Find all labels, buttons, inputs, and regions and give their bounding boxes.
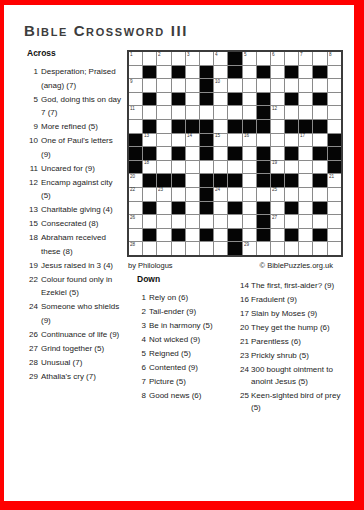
grid-cell-r4c11[interactable] — [271, 93, 284, 106]
grid-cell-r6c2 — [143, 120, 156, 133]
grid-cell-r9c9[interactable] — [243, 161, 256, 174]
grid-cell-r7c12[interactable] — [285, 134, 298, 147]
grid-cell-r12c2 — [143, 202, 156, 215]
clue-across-9: 9More refined (5) — [27, 120, 124, 134]
clue-text: Reigned (5) — [149, 348, 237, 360]
grid-cell-r10c10 — [257, 174, 270, 187]
cell-number-13: 13 — [144, 133, 149, 138]
grid-cell-r1c6[interactable] — [200, 52, 213, 65]
grid-cell-r5c4[interactable] — [172, 106, 185, 119]
clue-text: Grind together (5) — [41, 342, 124, 356]
grid-cell-r10c15[interactable]: 21 — [328, 174, 341, 187]
clue-text: Be in harmony (5) — [149, 320, 237, 332]
grid-cell-r2c14 — [313, 66, 326, 79]
grid-cell-r6c6 — [200, 120, 213, 133]
grid-cell-r13c13[interactable] — [299, 215, 312, 228]
grid-cell-r15c3[interactable] — [157, 242, 170, 255]
grid-cell-r9c6[interactable] — [200, 161, 213, 174]
grid-cell-r8c2 — [143, 147, 156, 160]
grid-cell-r15c8 — [228, 242, 241, 255]
grid-cell-r5c12[interactable] — [285, 106, 298, 119]
grid-cell-r7c14[interactable] — [313, 134, 326, 147]
clue-text: Consecrated (8) — [41, 217, 124, 231]
clue-text: More refined (5) — [41, 120, 124, 134]
grid-cell-r3c12[interactable] — [285, 79, 298, 92]
grid-cell-r3c11[interactable] — [271, 79, 284, 92]
grid-cell-r2c3[interactable] — [157, 66, 170, 79]
grid-cell-r2c7[interactable] — [214, 66, 227, 79]
grid-cell-r4c7[interactable] — [214, 93, 227, 106]
grid-cell-r13c5[interactable] — [186, 215, 199, 228]
grid-cell-r13c7[interactable] — [214, 215, 227, 228]
clue-number: 7 — [137, 376, 146, 388]
clue-down-16: 16Fradulent (9) — [240, 294, 346, 306]
grid-cell-r1c4[interactable] — [172, 52, 185, 65]
grid-cell-r3c3[interactable] — [157, 79, 170, 92]
grid-cell-r9c8[interactable] — [228, 161, 241, 174]
grid-cell-r7c13[interactable]: 17 — [299, 134, 312, 147]
grid-cell-r6c15[interactable] — [328, 120, 341, 133]
grid-cell-r11c14[interactable] — [313, 188, 326, 201]
cell-number-4: 4 — [215, 52, 218, 57]
grid-cell-r5c10 — [257, 106, 270, 119]
cell-number-17: 17 — [300, 133, 305, 138]
clue-number: 4 — [137, 334, 146, 346]
grid-cell-r6c11[interactable] — [271, 120, 284, 133]
clue-text: Parentless (6) — [251, 336, 346, 348]
down-section-left: Down 1Rely on (6)2Tail-ender (9)3Be in h… — [137, 274, 237, 404]
grid-cell-r6c7[interactable] — [214, 120, 227, 133]
grid-cell-r10c14 — [313, 174, 326, 187]
grid-cell-r1c7[interactable]: 4 — [214, 52, 227, 65]
grid-cell-r9c11[interactable]: 19 — [271, 161, 284, 174]
grid-cell-r5c15[interactable] — [328, 106, 341, 119]
clue-text: Abraham received these (8) — [41, 231, 124, 258]
grid-cell-r4c10 — [257, 93, 270, 106]
grid-cell-r5c1[interactable]: 11 — [129, 106, 142, 119]
clue-text: Desperation; Praised (anag) (7) — [41, 65, 124, 92]
grid-cell-r4c4 — [172, 93, 185, 106]
cell-number-22: 22 — [130, 187, 135, 192]
grid-cell-r11c1[interactable]: 22 — [129, 188, 142, 201]
grid-cell-r5c2[interactable] — [143, 106, 156, 119]
grid-cell-r9c15 — [328, 161, 341, 174]
clue-across-10: 10One of Paul's letters (9) — [27, 134, 124, 161]
grid-cell-r4c12 — [285, 93, 298, 106]
clue-text: Charitable giving (4) — [41, 203, 124, 217]
crossword-grid: 1234567891011121314151617181920212223242… — [127, 50, 343, 257]
cell-number-24: 24 — [215, 187, 220, 192]
clue-down-2: 2Tail-ender (9) — [137, 306, 237, 318]
grid-cell-r15c14[interactable] — [313, 242, 326, 255]
grid-cell-r11c12[interactable] — [285, 188, 298, 201]
grid-cell-r7c11[interactable] — [271, 134, 284, 147]
grid-cell-r10c11 — [271, 174, 284, 187]
clue-down-8: 8Good news (6) — [137, 390, 237, 402]
grid-cell-r10c1[interactable]: 20 — [129, 174, 142, 187]
grid-cell-r2c2 — [143, 66, 156, 79]
grid-cell-r10c4 — [172, 174, 185, 187]
grid-cell-r6c10 — [257, 120, 270, 133]
clue-number: 21 — [240, 336, 248, 348]
clue-number: 22 — [27, 273, 38, 287]
down-clue-list-right: 14The first, first-aider? (9)16Fradulent… — [240, 280, 346, 414]
grid-cell-r8c9[interactable] — [243, 147, 256, 160]
grid-cell-r3c8[interactable] — [228, 79, 241, 92]
grid-cell-r3c5[interactable] — [186, 79, 199, 92]
grid-cell-r1c11[interactable]: 6 — [271, 52, 284, 65]
grid-cell-r4c14 — [313, 93, 326, 106]
grid-cell-r15c4[interactable] — [172, 242, 185, 255]
cell-number-21: 21 — [329, 174, 334, 179]
cell-number-10: 10 — [215, 79, 220, 84]
grid-cell-r15c11[interactable] — [271, 242, 284, 255]
grid-cell-r3c15[interactable] — [328, 79, 341, 92]
grid-cell-r10c9[interactable] — [243, 174, 256, 187]
cell-number-29: 29 — [244, 242, 249, 247]
grid-cell-r4c5[interactable] — [186, 93, 199, 106]
grid-cell-r6c1[interactable] — [129, 120, 142, 133]
clue-down-23: 23Prickly shrub (5) — [240, 350, 346, 362]
cell-number-5: 5 — [244, 52, 247, 57]
grid-cell-r14c13[interactable] — [299, 229, 312, 242]
grid-cell-r5c14[interactable] — [313, 106, 326, 119]
grid-cell-r11c10[interactable] — [257, 188, 270, 201]
grid-cell-r7c2[interactable]: 13 — [143, 134, 156, 147]
grid-cell-r10c12 — [285, 174, 298, 187]
grid-cell-r12c4 — [172, 202, 185, 215]
grid-cell-r12c1[interactable] — [129, 202, 142, 215]
clue-across-18: 18Abraham received these (8) — [27, 231, 124, 258]
cell-number-1: 1 — [130, 52, 133, 57]
grid-cell-r10c2 — [143, 174, 156, 187]
grid-cell-r2c15[interactable] — [328, 66, 341, 79]
puzzle-page: Bible Crossword III Across 1Desperation;… — [0, 0, 364, 510]
grid-cell-r10c8 — [228, 174, 241, 187]
grid-cell-r13c3[interactable] — [157, 215, 170, 228]
grid-cell-r14c1[interactable] — [129, 229, 142, 242]
clue-number: 5 — [137, 348, 146, 360]
grid-cell-r6c9 — [243, 120, 256, 133]
page-title: Bible Crossword III — [24, 22, 188, 39]
grid-cell-r15c10[interactable] — [257, 242, 270, 255]
grid-cell-r10c7 — [214, 174, 227, 187]
grid-cell-r1c1[interactable]: 1 — [129, 52, 142, 65]
cell-number-27: 27 — [272, 215, 277, 220]
grid-cell-r7c8[interactable] — [228, 134, 241, 147]
clue-down-5: 5Reigned (5) — [137, 348, 237, 360]
cell-number-15: 15 — [215, 133, 220, 138]
grid-cell-r7c1 — [129, 134, 142, 147]
grid-cell-r14c9[interactable] — [243, 229, 256, 242]
grid-cell-r7c6 — [200, 134, 213, 147]
grid-cell-r7c3[interactable] — [157, 134, 170, 147]
clue-text: Athalia's cry (7) — [41, 370, 124, 384]
grid-cell-r12c15[interactable] — [328, 202, 341, 215]
grid-cell-r5c6[interactable] — [200, 106, 213, 119]
grid-cell-r2c12 — [285, 66, 298, 79]
grid-cell-r4c2 — [143, 93, 156, 106]
grid-cell-r8c15 — [328, 147, 341, 160]
cell-number-28: 28 — [130, 242, 135, 247]
clue-across-27: 27Grind together (5) — [27, 342, 124, 356]
grid-cell-r10c5[interactable] — [186, 174, 199, 187]
grid-cell-r1c10[interactable] — [257, 52, 270, 65]
clue-text: Keen-sighted bird of prey (5) — [251, 390, 346, 414]
clue-across-24: 24Someone who shields (9) — [27, 300, 124, 327]
grid-cell-r4c13[interactable] — [299, 93, 312, 106]
grid-cell-r11c11[interactable]: 25 — [271, 188, 284, 201]
grid-cell-r14c5[interactable] — [186, 229, 199, 242]
grid-cell-r14c7[interactable] — [214, 229, 227, 242]
grid-cell-r1c14[interactable] — [313, 52, 326, 65]
grid-cell-r8c12 — [285, 147, 298, 160]
clue-number: 17 — [240, 308, 248, 320]
grid-cell-r14c15[interactable] — [328, 229, 341, 242]
clue-down-17: 17Slain by Moses (9) — [240, 308, 346, 320]
clue-number: 6 — [137, 362, 146, 374]
clue-down-24: 24300 bought ointment to anoint Jesus (5… — [240, 364, 346, 388]
grid-cell-r13c6[interactable] — [200, 215, 213, 228]
grid-cell-r3c4[interactable] — [172, 79, 185, 92]
across-section: Across 1Desperation; Praised (anag) (7)5… — [27, 48, 124, 384]
grid-cell-r15c2[interactable] — [143, 242, 156, 255]
grid-cell-r7c5[interactable]: 14 — [186, 134, 199, 147]
grid-cell-r2c5[interactable] — [186, 66, 199, 79]
grid-cell-r5c13[interactable] — [299, 106, 312, 119]
grid-cell-r13c1[interactable]: 26 — [129, 215, 142, 228]
clue-number: 23 — [240, 350, 248, 362]
grid-cell-r15c12[interactable] — [285, 242, 298, 255]
grid-cell-r10c6 — [200, 174, 213, 187]
clue-text: Good news (6) — [149, 390, 237, 402]
grid-cell-r5c8[interactable] — [228, 106, 241, 119]
cell-number-11: 11 — [130, 106, 135, 111]
grid-cell-r15c6[interactable] — [200, 242, 213, 255]
clue-number: 27 — [27, 342, 38, 356]
grid-cell-r11c4[interactable] — [172, 188, 185, 201]
grid-cell-r10c3 — [157, 174, 170, 187]
grid-cell-r5c5[interactable] — [186, 106, 199, 119]
grid-cell-r11c15[interactable] — [328, 188, 341, 201]
grid-cell-r8c5[interactable] — [186, 147, 199, 160]
grid-cell-r12c9[interactable] — [243, 202, 256, 215]
clue-number: 13 — [27, 203, 38, 217]
grid-cell-r10c13[interactable] — [299, 174, 312, 187]
grid-cell-r1c13[interactable]: 7 — [299, 52, 312, 65]
clue-across-5: 5God, doing this on day 7 (7) — [27, 93, 124, 120]
cell-number-3: 3 — [187, 52, 190, 57]
grid-cell-r2c13[interactable] — [299, 66, 312, 79]
clue-across-19: 19Jesus raised in 3 (4) — [27, 259, 124, 273]
grid-cell-r3c2[interactable] — [143, 79, 156, 92]
grid-cell-r9c2[interactable]: 18 — [143, 161, 156, 174]
cell-number-12: 12 — [272, 106, 277, 111]
grid-cell-r9c5[interactable] — [186, 161, 199, 174]
grid-cell-r3c1[interactable]: 9 — [129, 79, 142, 92]
grid-cell-r2c9[interactable] — [243, 66, 256, 79]
clue-down-25: 25Keen-sighted bird of prey (5) — [240, 390, 346, 414]
clue-down-14: 14The first, first-aider? (9) — [240, 280, 346, 292]
grid-cell-r9c1 — [129, 161, 142, 174]
grid-cell-r15c9[interactable]: 29 — [243, 242, 256, 255]
grid-cell-r15c5[interactable] — [186, 242, 199, 255]
grid-cell-r9c14[interactable] — [313, 161, 326, 174]
cell-number-18: 18 — [144, 160, 149, 165]
grid-cell-r13c11[interactable]: 27 — [271, 215, 284, 228]
grid-cell-r13c9[interactable] — [243, 215, 256, 228]
clue-number: 16 — [240, 294, 248, 306]
grid-cell-r6c8 — [228, 120, 241, 133]
grid-cell-r15c13[interactable] — [299, 242, 312, 255]
grid-cell-r12c7[interactable] — [214, 202, 227, 215]
clue-down-21: 21Parentless (6) — [240, 336, 346, 348]
grid-cell-r6c5 — [186, 120, 199, 133]
grid-cell-r14c6 — [200, 229, 213, 242]
grid-cell-r11c8[interactable] — [228, 188, 241, 201]
cell-number-14: 14 — [187, 133, 192, 138]
grid-cell-r7c7[interactable]: 15 — [214, 134, 227, 147]
clue-text: Fradulent (9) — [251, 294, 346, 306]
grid-cell-r3c13[interactable] — [299, 79, 312, 92]
grid-cell-r9c13[interactable] — [299, 161, 312, 174]
grid-cell-r4c3[interactable] — [157, 93, 170, 106]
grid-cell-r13c8[interactable] — [228, 215, 241, 228]
grid-cell-r11c9[interactable] — [243, 188, 256, 201]
grid-cell-r8c3[interactable] — [157, 147, 170, 160]
grid-cell-r1c12[interactable] — [285, 52, 298, 65]
clue-across-28: 28Unusual (7) — [27, 356, 124, 370]
grid-cell-r13c2[interactable] — [143, 215, 156, 228]
grid-cell-r12c5[interactable] — [186, 202, 199, 215]
grid-cell-r4c1[interactable] — [129, 93, 142, 106]
grid-cell-r15c7[interactable] — [214, 242, 227, 255]
grid-cell-r3c14[interactable] — [313, 79, 326, 92]
grid-cell-r3c9[interactable] — [243, 79, 256, 92]
grid-cell-r4c8 — [228, 93, 241, 106]
grid-cell-r8c13[interactable] — [299, 147, 312, 160]
clue-text: Prickly shrub (5) — [251, 350, 346, 362]
grid-cell-r5c9[interactable] — [243, 106, 256, 119]
clue-across-22: 22Colour found only in Ezekiel (5) — [27, 273, 124, 300]
grid-cell-r14c14 — [313, 229, 326, 242]
grid-cell-r13c12[interactable] — [285, 215, 298, 228]
clue-number: 19 — [27, 259, 38, 273]
clue-text: Unusual (7) — [41, 356, 124, 370]
grid-cell-r2c4 — [172, 66, 185, 79]
grid-cell-r8c11[interactable] — [271, 147, 284, 160]
grid-cell-r1c2[interactable] — [143, 52, 156, 65]
clue-text: 300 bought ointment to anoint Jesus (5) — [251, 364, 346, 388]
grid-cell-r6c3[interactable] — [157, 120, 170, 133]
clue-text: God, doing this on day 7 (7) — [41, 93, 124, 120]
grid-cell-r13c4[interactable] — [172, 215, 185, 228]
clue-number: 8 — [137, 390, 146, 402]
clue-text: Jesus raised in 3 (4) — [41, 259, 124, 273]
clue-text: Rely on (6) — [149, 292, 237, 304]
clue-across-29: 29Athalia's cry (7) — [27, 370, 124, 384]
clue-text: Continuance of life (9) — [41, 328, 124, 342]
grid-cell-r11c2[interactable] — [143, 188, 156, 201]
grid-cell-r14c8 — [228, 229, 241, 242]
clue-down-6: 6Contented (9) — [137, 362, 237, 374]
copyright-notice: © BiblePuzzles.org.uk — [260, 261, 333, 270]
clue-number: 1 — [137, 292, 146, 304]
grid-cell-r2c11[interactable] — [271, 66, 284, 79]
clue-text: One of Paul's letters (9) — [41, 134, 124, 161]
grid-cell-r4c6 — [200, 93, 213, 106]
grid-cell-r4c9[interactable] — [243, 93, 256, 106]
grid-cell-r1c3[interactable]: 2 — [157, 52, 170, 65]
cell-number-6: 6 — [272, 52, 275, 57]
grid-cell-r13c10 — [257, 215, 270, 228]
grid-cell-r11c13[interactable] — [299, 188, 312, 201]
clue-number: 14 — [240, 280, 248, 292]
grid-cell-r13c15[interactable] — [328, 215, 341, 228]
clue-text: They get the hump (6) — [251, 322, 346, 334]
clue-across-26: 26Continuance of life (9) — [27, 328, 124, 342]
grid-cell-r12c11[interactable] — [271, 202, 284, 215]
grid-cell-r5c3[interactable] — [157, 106, 170, 119]
grid-cell-r7c4[interactable] — [172, 134, 185, 147]
grid-cell-r9c12[interactable] — [285, 161, 298, 174]
grid-cell-r11c5[interactable] — [186, 188, 199, 201]
grid-cell-r8c6 — [200, 147, 213, 160]
grid-cell-r5c11[interactable]: 12 — [271, 106, 284, 119]
grid-cell-r8c7[interactable] — [214, 147, 227, 160]
grid-cell-r14c3[interactable] — [157, 229, 170, 242]
grid-cell-r9c7[interactable] — [214, 161, 227, 174]
grid-cell-r1c15[interactable]: 8 — [328, 52, 341, 65]
grid-cell-r8c8 — [228, 147, 241, 160]
grid-cell-r11c7[interactable]: 24 — [214, 188, 227, 201]
grid-cell-r1c9[interactable]: 5 — [243, 52, 256, 65]
clue-text: Encamp against city (5) — [41, 176, 124, 203]
clue-text: Picture (5) — [149, 376, 237, 388]
across-clue-list: 1Desperation; Praised (anag) (7)5God, do… — [27, 65, 124, 383]
cell-number-20: 20 — [130, 174, 135, 179]
grid-cell-r15c15[interactable] — [328, 242, 341, 255]
grid-cell-r6c4 — [172, 120, 185, 133]
grid-cell-r2c1[interactable] — [129, 66, 142, 79]
clue-down-7: 7Picture (5) — [137, 376, 237, 388]
grid-cell-r12c13[interactable] — [299, 202, 312, 215]
clue-text: Colour found only in Ezekiel (5) — [41, 273, 124, 300]
grid-cell-r9c3[interactable] — [157, 161, 170, 174]
grid-cell-r3c10[interactable] — [257, 79, 270, 92]
cell-number-9: 9 — [130, 79, 133, 84]
clue-down-20: 20They get the hump (6) — [240, 322, 346, 334]
grid-cell-r13c14[interactable] — [313, 215, 326, 228]
clue-text: Tail-ender (9) — [149, 306, 237, 318]
grid-cell-r3c7[interactable]: 10 — [214, 79, 227, 92]
grid-cell-r5c7[interactable] — [214, 106, 227, 119]
grid-cell-r7c10[interactable] — [257, 134, 270, 147]
grid-cell-r14c2 — [143, 229, 156, 242]
grid-cell-r1c5[interactable]: 3 — [186, 52, 199, 65]
grid-cell-r7c9[interactable]: 16 — [243, 134, 256, 147]
grid-cell-r4c15[interactable] — [328, 93, 341, 106]
grid-cell-r11c3[interactable]: 23 — [157, 188, 170, 201]
grid-cell-r14c10 — [257, 229, 270, 242]
clue-across-11: 11Uncared for (9) — [27, 162, 124, 176]
grid-cell-r15c1[interactable]: 28 — [129, 242, 142, 255]
clue-down-1: 1Rely on (6) — [137, 292, 237, 304]
grid-cell-r9c4[interactable] — [172, 161, 185, 174]
grid-cell-r12c3[interactable] — [157, 202, 170, 215]
grid-cell-r12c8 — [228, 202, 241, 215]
grid-cell-r14c11[interactable] — [271, 229, 284, 242]
